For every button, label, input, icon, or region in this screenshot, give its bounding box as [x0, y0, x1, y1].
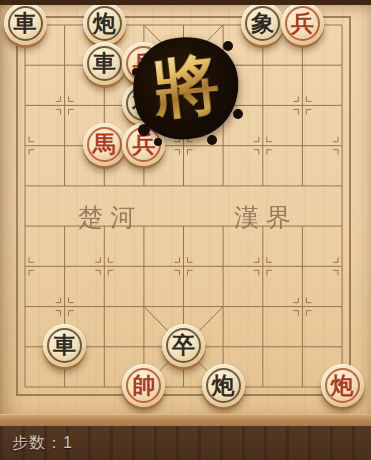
piece-red-horse-r4c3[interactable]: 馬: [83, 123, 126, 166]
piece-black-chariot-r1c1[interactable]: 車: [4, 2, 47, 45]
piece-character: 炮: [331, 374, 354, 397]
piece-character: 炮: [212, 374, 235, 397]
piece-black-soldier-r9c5[interactable]: 卒: [162, 324, 205, 367]
piece-black-cannon-r1c3[interactable]: 炮: [83, 2, 126, 45]
piece-black-chariot-r2c3[interactable]: 車: [83, 42, 126, 85]
piece-character: 卒: [172, 334, 195, 357]
piece-black-cannon-r10c6[interactable]: 炮: [202, 364, 245, 407]
xiangqi-app-screen: 楚河 漢界 車炮象兵車兵将馬兵車卒帥炮炮 將 步数：1: [0, 0, 371, 460]
river-label-chu: 楚河: [78, 201, 142, 234]
piece-character: 象: [251, 12, 274, 35]
piece-character: 車: [93, 52, 116, 75]
piece-character: 車: [53, 334, 76, 357]
piece-red-soldier-r1c8[interactable]: 兵: [281, 2, 324, 45]
piece-character: 炮: [93, 12, 116, 35]
piece-character: 兵: [291, 12, 314, 35]
piece-black-chariot-r9c2[interactable]: 車: [43, 324, 86, 367]
piece-red-cannon-r10c9[interactable]: 炮: [321, 364, 364, 407]
top-edge-strip: [0, 0, 371, 5]
piece-black-elephant-r1c7[interactable]: 象: [241, 2, 284, 45]
piece-character: 帥: [132, 374, 155, 397]
piece-character: 馬: [93, 133, 116, 156]
piece-character: 車: [14, 12, 37, 35]
bottom-status-bar: 步数：1: [0, 426, 371, 460]
step-counter-label: 步数：1: [12, 433, 73, 454]
river-label-han: 漢界: [234, 201, 298, 234]
logo-general-character: 將: [144, 44, 228, 130]
piece-character: 兵: [132, 133, 155, 156]
